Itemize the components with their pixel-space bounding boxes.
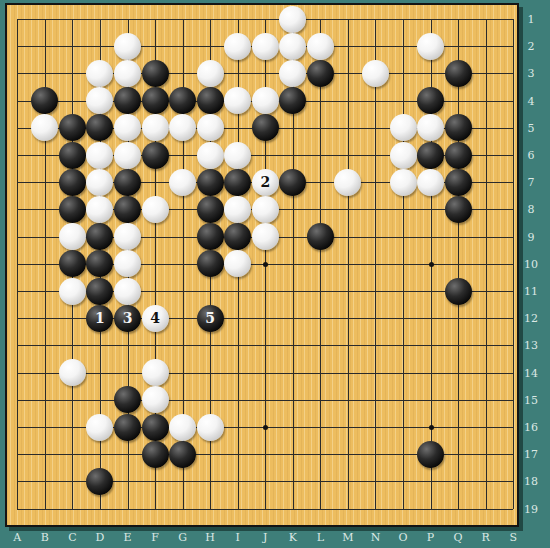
black-stone-C5[interactable] bbox=[59, 114, 86, 141]
star-point-P16 bbox=[429, 425, 434, 430]
coord-number-16: 16 bbox=[524, 421, 538, 434]
coord-letter-L: L bbox=[317, 531, 324, 544]
white-stone-F5[interactable] bbox=[142, 114, 169, 141]
goban-board[interactable]: 21345 bbox=[5, 3, 519, 527]
white-stone-H5[interactable] bbox=[197, 114, 224, 141]
white-stone-D6[interactable] bbox=[86, 142, 113, 169]
black-stone-D5[interactable] bbox=[86, 114, 113, 141]
black-stone-P17[interactable] bbox=[417, 441, 444, 468]
black-stone-E4[interactable] bbox=[114, 87, 141, 114]
black-stone-E8[interactable] bbox=[114, 196, 141, 223]
coord-number-10: 10 bbox=[524, 257, 538, 270]
move-4-stone-F12[interactable]: 4 bbox=[142, 305, 169, 332]
black-stone-H10[interactable] bbox=[197, 250, 224, 277]
goban-grid: 21345 bbox=[7, 5, 517, 525]
white-stone-G7[interactable] bbox=[169, 169, 196, 196]
black-stone-D11[interactable] bbox=[86, 278, 113, 305]
coord-number-5: 5 bbox=[528, 121, 535, 134]
white-stone-I2[interactable] bbox=[224, 33, 251, 60]
coord-number-15: 15 bbox=[524, 393, 538, 406]
black-stone-Q8[interactable] bbox=[445, 196, 472, 223]
white-stone-P2[interactable] bbox=[417, 33, 444, 60]
black-stone-C8[interactable] bbox=[59, 196, 86, 223]
white-stone-E2[interactable] bbox=[114, 33, 141, 60]
coord-letter-D: D bbox=[96, 531, 105, 544]
black-stone-D18[interactable] bbox=[86, 468, 113, 495]
coord-letter-R: R bbox=[481, 531, 489, 544]
coord-letter-E: E bbox=[123, 531, 131, 544]
coord-number-1: 1 bbox=[528, 13, 535, 26]
black-stone-L3[interactable] bbox=[307, 60, 334, 87]
grid-hline bbox=[17, 345, 513, 346]
coord-number-11: 11 bbox=[524, 285, 538, 298]
black-stone-I9[interactable] bbox=[224, 223, 251, 250]
white-stone-J4[interactable] bbox=[252, 87, 279, 114]
grid-hline bbox=[17, 509, 513, 510]
black-stone-D10[interactable] bbox=[86, 250, 113, 277]
coord-letter-C: C bbox=[68, 531, 76, 544]
white-stone-I10[interactable] bbox=[224, 250, 251, 277]
coord-number-14: 14 bbox=[524, 366, 538, 379]
white-stone-D8[interactable] bbox=[86, 196, 113, 223]
black-stone-C6[interactable] bbox=[59, 142, 86, 169]
coord-number-2: 2 bbox=[528, 40, 535, 53]
white-stone-F8[interactable] bbox=[142, 196, 169, 223]
white-stone-L2[interactable] bbox=[307, 33, 334, 60]
black-stone-E15[interactable] bbox=[114, 386, 141, 413]
coord-number-4: 4 bbox=[528, 94, 535, 107]
black-stone-Q3[interactable] bbox=[445, 60, 472, 87]
coord-letter-O: O bbox=[398, 531, 407, 544]
white-stone-C14[interactable] bbox=[59, 359, 86, 386]
coord-number-7: 7 bbox=[528, 176, 535, 189]
coord-letter-K: K bbox=[289, 531, 297, 544]
black-stone-H8[interactable] bbox=[197, 196, 224, 223]
coord-letter-G: G bbox=[178, 531, 187, 544]
grid-vline bbox=[375, 19, 376, 509]
white-stone-F14[interactable] bbox=[142, 359, 169, 386]
grid-vline bbox=[486, 19, 487, 509]
black-stone-P6[interactable] bbox=[417, 142, 444, 169]
white-stone-D3[interactable] bbox=[86, 60, 113, 87]
black-stone-P4[interactable] bbox=[417, 87, 444, 114]
coord-number-8: 8 bbox=[528, 203, 535, 216]
black-stone-E16[interactable] bbox=[114, 414, 141, 441]
white-stone-J2[interactable] bbox=[252, 33, 279, 60]
black-stone-F6[interactable] bbox=[142, 142, 169, 169]
white-stone-B5[interactable] bbox=[31, 114, 58, 141]
grid-vline bbox=[403, 19, 404, 509]
black-stone-J5[interactable] bbox=[252, 114, 279, 141]
white-stone-D4[interactable] bbox=[86, 87, 113, 114]
black-stone-G4[interactable] bbox=[169, 87, 196, 114]
black-stone-F16[interactable] bbox=[142, 414, 169, 441]
coord-letter-P: P bbox=[427, 531, 434, 544]
coord-number-9: 9 bbox=[528, 230, 535, 243]
star-point-J10 bbox=[263, 262, 268, 267]
coord-letter-F: F bbox=[151, 531, 159, 544]
white-stone-E5[interactable] bbox=[114, 114, 141, 141]
coord-letter-M: M bbox=[342, 531, 353, 544]
white-stone-C11[interactable] bbox=[59, 278, 86, 305]
black-stone-B4[interactable] bbox=[31, 87, 58, 114]
black-stone-C10[interactable] bbox=[59, 250, 86, 277]
coord-letter-N: N bbox=[371, 531, 381, 544]
black-stone-F4[interactable] bbox=[142, 87, 169, 114]
white-stone-I6[interactable] bbox=[224, 142, 251, 169]
black-stone-K7[interactable] bbox=[279, 169, 306, 196]
coord-number-12: 12 bbox=[524, 312, 538, 325]
white-stone-H3[interactable] bbox=[197, 60, 224, 87]
white-stone-P7[interactable] bbox=[417, 169, 444, 196]
go-app-window: 21345 ABCDEFGHIJKLMNOPQRS123456789101112… bbox=[0, 0, 550, 548]
coord-letter-J: J bbox=[263, 531, 267, 544]
black-stone-L9[interactable] bbox=[307, 223, 334, 250]
coord-number-3: 3 bbox=[528, 67, 535, 80]
coord-number-18: 18 bbox=[524, 475, 538, 488]
black-stone-Q11[interactable] bbox=[445, 278, 472, 305]
white-stone-O5[interactable] bbox=[390, 114, 417, 141]
black-stone-F17[interactable] bbox=[142, 441, 169, 468]
grid-vline bbox=[458, 19, 459, 509]
black-stone-Q7[interactable] bbox=[445, 169, 472, 196]
black-stone-C7[interactable] bbox=[59, 169, 86, 196]
white-stone-M7[interactable] bbox=[334, 169, 361, 196]
white-stone-P5[interactable] bbox=[417, 114, 444, 141]
star-point-J16 bbox=[263, 425, 268, 430]
white-stone-K2[interactable] bbox=[279, 33, 306, 60]
coord-letter-H: H bbox=[205, 531, 215, 544]
white-stone-J8[interactable] bbox=[252, 196, 279, 223]
coord-letter-I: I bbox=[236, 531, 240, 544]
move-1-stone-D12[interactable]: 1 bbox=[86, 305, 113, 332]
coord-letter-Q: Q bbox=[454, 531, 463, 544]
black-stone-H4[interactable] bbox=[197, 87, 224, 114]
white-stone-E9[interactable] bbox=[114, 223, 141, 250]
coord-letter-A: A bbox=[13, 531, 21, 544]
white-stone-O7[interactable] bbox=[390, 169, 417, 196]
coord-number-17: 17 bbox=[524, 448, 538, 461]
black-stone-H7[interactable] bbox=[197, 169, 224, 196]
coord-letter-S: S bbox=[509, 531, 517, 544]
coord-number-6: 6 bbox=[528, 149, 535, 162]
coord-letter-B: B bbox=[41, 531, 49, 544]
white-stone-O6[interactable] bbox=[390, 142, 417, 169]
coord-number-13: 13 bbox=[524, 339, 538, 352]
black-stone-Q5[interactable] bbox=[445, 114, 472, 141]
move-3-stone-E12[interactable]: 3 bbox=[114, 305, 141, 332]
white-stone-H6[interactable] bbox=[197, 142, 224, 169]
coord-number-19: 19 bbox=[524, 502, 538, 515]
black-stone-F3[interactable] bbox=[142, 60, 169, 87]
grid-hline bbox=[17, 373, 513, 374]
white-stone-D16[interactable] bbox=[86, 414, 113, 441]
black-stone-Q6[interactable] bbox=[445, 142, 472, 169]
black-stone-I7[interactable] bbox=[224, 169, 251, 196]
move-5-stone-H12[interactable]: 5 bbox=[197, 305, 224, 332]
black-stone-H9[interactable] bbox=[197, 223, 224, 250]
white-stone-J9[interactable] bbox=[252, 223, 279, 250]
white-stone-N3[interactable] bbox=[362, 60, 389, 87]
white-stone-H16[interactable] bbox=[197, 414, 224, 441]
grid-hline bbox=[17, 400, 513, 401]
move-2-stone-J7[interactable]: 2 bbox=[252, 169, 279, 196]
white-stone-E10[interactable] bbox=[114, 250, 141, 277]
white-stone-G16[interactable] bbox=[169, 414, 196, 441]
white-stone-I4[interactable] bbox=[224, 87, 251, 114]
grid-vline bbox=[513, 19, 514, 509]
star-point-P10 bbox=[429, 262, 434, 267]
black-stone-K4[interactable] bbox=[279, 87, 306, 114]
white-stone-I8[interactable] bbox=[224, 196, 251, 223]
white-stone-F15[interactable] bbox=[142, 386, 169, 413]
black-stone-G17[interactable] bbox=[169, 441, 196, 468]
white-stone-K3[interactable] bbox=[279, 60, 306, 87]
white-stone-E11[interactable] bbox=[114, 278, 141, 305]
white-stone-D7[interactable] bbox=[86, 169, 113, 196]
black-stone-E7[interactable] bbox=[114, 169, 141, 196]
black-stone-D9[interactable] bbox=[86, 223, 113, 250]
grid-vline bbox=[320, 19, 321, 509]
grid-vline bbox=[348, 19, 349, 509]
white-stone-E6[interactable] bbox=[114, 142, 141, 169]
white-stone-G5[interactable] bbox=[169, 114, 196, 141]
white-stone-E3[interactable] bbox=[114, 60, 141, 87]
white-stone-C9[interactable] bbox=[59, 223, 86, 250]
white-stone-K1[interactable] bbox=[279, 6, 306, 33]
